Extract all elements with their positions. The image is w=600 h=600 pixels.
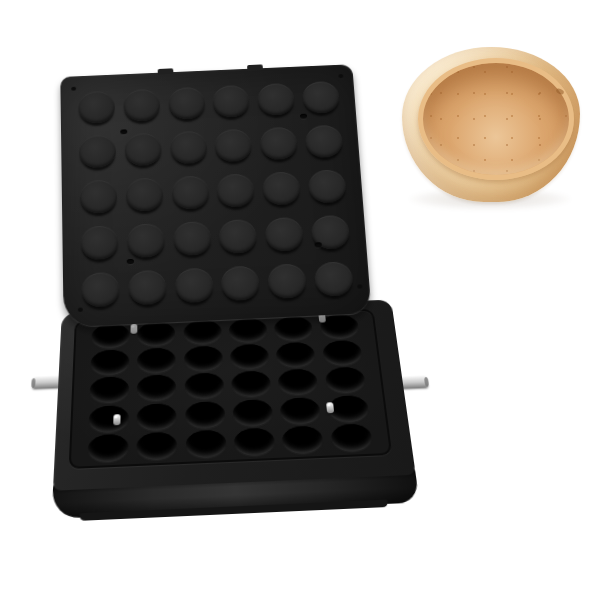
alignment-pin	[113, 414, 120, 425]
mold-bump	[78, 90, 115, 123]
mold-bump	[124, 132, 162, 166]
mold-cavity	[186, 429, 227, 458]
mold-cavity	[89, 405, 129, 433]
tartlet-shell	[402, 47, 580, 202]
mold-cavity	[88, 434, 129, 463]
mold-cavity	[137, 432, 177, 461]
mold-cavity	[91, 323, 129, 349]
mold-cavity	[276, 342, 316, 368]
tray-top-face	[53, 300, 416, 491]
mold-cavity	[233, 399, 274, 427]
mold-cavity	[185, 401, 225, 429]
mold-cavity	[138, 321, 176, 347]
alignment-pin	[326, 402, 334, 413]
mold-bump	[304, 124, 343, 158]
tray-inner-panel	[69, 309, 393, 469]
mold-cavity	[278, 369, 319, 396]
mold-bump	[301, 80, 339, 113]
mold-cavity	[137, 375, 176, 402]
mold-bump	[174, 267, 213, 303]
mold-bump	[221, 265, 260, 301]
mold-cavity	[229, 318, 268, 344]
mold-bump	[267, 263, 307, 299]
lower-mold-tray	[52, 300, 420, 519]
mold-cavity	[231, 371, 271, 398]
mold-cavity	[282, 425, 324, 454]
corner-hole	[357, 285, 362, 289]
tartlet-interior	[418, 58, 574, 180]
mold-bump	[313, 261, 353, 297]
plate-notch	[247, 64, 263, 70]
mold-cavity	[234, 427, 276, 456]
mold-bump	[81, 225, 119, 260]
mold-bump	[214, 128, 252, 162]
mold-bump	[123, 88, 160, 121]
mold-bump	[212, 84, 250, 117]
mold-bump	[259, 126, 297, 160]
mold-bump	[173, 221, 212, 256]
mold-cavity	[137, 403, 177, 431]
mold-bump	[80, 179, 118, 213]
mold-cavity	[183, 320, 221, 346]
mold-bump	[82, 271, 121, 307]
mold-cavity	[330, 423, 373, 452]
mold-bump	[219, 218, 258, 253]
mold-cavity	[274, 316, 314, 342]
mold-cavity	[184, 346, 223, 373]
upper-mold-plate	[60, 64, 371, 327]
mold-cavity	[138, 348, 177, 375]
mold-cavity	[325, 367, 366, 394]
product-photo-canvas	[0, 0, 600, 600]
mold-cavity	[91, 350, 130, 377]
mold-bump	[127, 223, 165, 258]
mold-bump	[171, 175, 209, 209]
mold-bump	[168, 86, 206, 119]
bump-grid	[74, 74, 358, 314]
mold-bump	[169, 130, 207, 164]
corner-hole	[338, 74, 343, 78]
alignment-pin	[131, 324, 138, 334]
mold-bump	[265, 216, 304, 251]
mold-bump	[257, 82, 295, 115]
mold-cavity	[184, 373, 224, 400]
mold-cavity	[322, 340, 363, 366]
mold-bump	[262, 171, 301, 205]
mold-bump	[79, 134, 116, 168]
mold-cavity	[280, 397, 321, 425]
mold-bump	[307, 169, 346, 203]
cavity-grid	[83, 313, 377, 464]
mold-bump	[126, 177, 164, 211]
mold-cavity	[230, 344, 270, 370]
plate-notch	[158, 68, 174, 74]
mold-bump	[217, 173, 256, 207]
mold-cavity	[90, 377, 130, 405]
mold-bump	[128, 269, 167, 305]
